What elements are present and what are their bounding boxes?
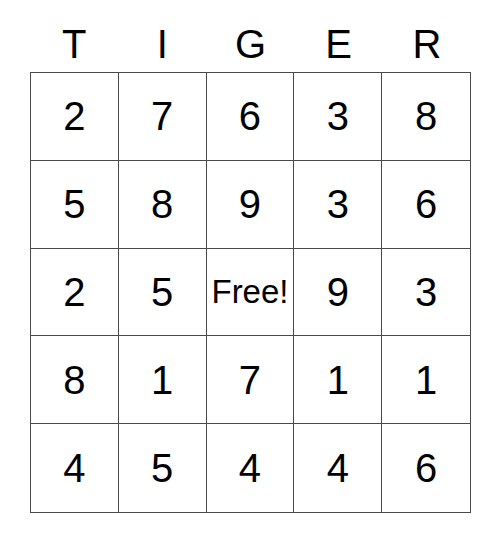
header-letter-t: T xyxy=(30,18,118,72)
cell-r1c3[interactable]: 6 xyxy=(207,73,295,161)
cell-r1c4[interactable]: 3 xyxy=(294,73,382,161)
cell-r5c5[interactable]: 6 xyxy=(382,424,470,512)
cell-r2c1[interactable]: 5 xyxy=(31,161,119,249)
cell-r5c4[interactable]: 4 xyxy=(294,424,382,512)
bingo-card: T I G E R 276385893625Free!938171145446 xyxy=(0,0,500,544)
cell-r3c5[interactable]: 3 xyxy=(382,249,470,337)
cell-r4c4[interactable]: 1 xyxy=(294,336,382,424)
cell-r2c5[interactable]: 6 xyxy=(382,161,470,249)
cell-r1c5[interactable]: 8 xyxy=(382,73,470,161)
cell-r5c1[interactable]: 4 xyxy=(31,424,119,512)
header-letter-r: R xyxy=(383,18,471,72)
header-letter-e: E xyxy=(295,18,383,72)
cell-r4c2[interactable]: 1 xyxy=(119,336,207,424)
bingo-header-row: T I G E R xyxy=(30,18,471,72)
cell-r1c1[interactable]: 2 xyxy=(31,73,119,161)
cell-r4c1[interactable]: 8 xyxy=(31,336,119,424)
header-letter-i: I xyxy=(118,18,206,72)
cell-r5c3[interactable]: 4 xyxy=(207,424,295,512)
header-letter-g: G xyxy=(206,18,294,72)
cell-r3c4[interactable]: 9 xyxy=(294,249,382,337)
cell-r3c1[interactable]: 2 xyxy=(31,249,119,337)
cell-r4c5[interactable]: 1 xyxy=(382,336,470,424)
cell-r2c2[interactable]: 8 xyxy=(119,161,207,249)
cell-r5c2[interactable]: 5 xyxy=(119,424,207,512)
cell-r3c2[interactable]: 5 xyxy=(119,249,207,337)
cell-r1c2[interactable]: 7 xyxy=(119,73,207,161)
cell-r4c3[interactable]: 7 xyxy=(207,336,295,424)
bingo-grid: 276385893625Free!938171145446 xyxy=(30,72,471,513)
cell-r2c3[interactable]: 9 xyxy=(207,161,295,249)
cell-r2c4[interactable]: 3 xyxy=(294,161,382,249)
free-cell[interactable]: Free! xyxy=(207,249,295,337)
